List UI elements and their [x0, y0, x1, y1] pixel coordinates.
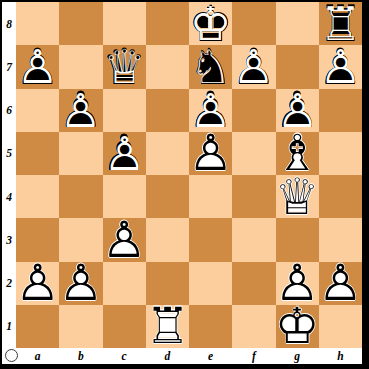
square-h6[interactable] — [319, 89, 362, 132]
square-g6[interactable]: ♟♙ — [276, 89, 319, 132]
chess-diagram: 87654321 ♚♔♜♖♟♙♛♕♞♘♟♙♟♙♟♙♟♙♟♙♟♙♟♙♝♗♛♕♟♙♟… — [0, 0, 369, 369]
piece-white-bishop-g5[interactable]: ♝♗ — [276, 132, 319, 175]
square-e5[interactable]: ♟♙ — [189, 132, 232, 175]
file-label-b: b — [59, 348, 102, 364]
square-d8[interactable] — [146, 2, 189, 45]
square-b1[interactable] — [59, 305, 102, 348]
square-a7[interactable]: ♟♙ — [16, 45, 59, 88]
square-e1[interactable] — [189, 305, 232, 348]
file-label-a: a — [16, 348, 59, 364]
square-d7[interactable] — [146, 45, 189, 88]
white-king-glyph: ♚ — [276, 305, 319, 348]
square-g1[interactable]: ♚♔ — [276, 305, 319, 348]
piece-white-pawn-e5[interactable]: ♟♙ — [189, 132, 232, 175]
white-rook-detail: ♖ — [146, 305, 189, 348]
piece-black-pawn-f7[interactable]: ♟♙ — [232, 45, 275, 88]
square-f7[interactable]: ♟♙ — [232, 45, 275, 88]
piece-black-pawn-a7[interactable]: ♟♙ — [16, 45, 59, 88]
square-h7[interactable]: ♟♙ — [319, 45, 362, 88]
square-c2[interactable] — [103, 262, 146, 305]
white-king-detail: ♔ — [276, 305, 319, 348]
square-b6[interactable]: ♟♙ — [59, 89, 102, 132]
piece-black-rook-h8[interactable]: ♜♖ — [319, 2, 362, 45]
square-c8[interactable] — [103, 2, 146, 45]
square-g4[interactable]: ♛♕ — [276, 175, 319, 218]
square-h2[interactable]: ♟♙ — [319, 262, 362, 305]
white-pawn-glyph: ♟ — [59, 262, 102, 305]
rank-label-3: 3 — [2, 218, 16, 261]
square-f1[interactable] — [232, 305, 275, 348]
square-c4[interactable] — [103, 175, 146, 218]
black-pawn-detail: ♙ — [104, 133, 144, 173]
square-a3[interactable] — [16, 218, 59, 261]
piece-black-pawn-g6[interactable]: ♟♙ — [276, 89, 319, 132]
piece-white-king-g1[interactable]: ♚♔ — [276, 305, 319, 348]
square-f5[interactable] — [232, 132, 275, 175]
square-c5[interactable]: ♟♙ — [103, 132, 146, 175]
white-pawn-glyph: ♟ — [319, 262, 362, 305]
piece-white-pawn-a2[interactable]: ♟♙ — [16, 262, 59, 305]
square-d1[interactable]: ♜♖ — [146, 305, 189, 348]
black-pawn-glyph: ♟ — [319, 45, 362, 88]
square-b3[interactable] — [59, 218, 102, 261]
rank-label-7: 7 — [2, 45, 16, 88]
black-knight-detail: ♘ — [191, 47, 231, 87]
black-pawn-detail: ♙ — [234, 47, 274, 87]
square-c1[interactable] — [103, 305, 146, 348]
square-h4[interactable] — [319, 175, 362, 218]
piece-white-rook-d1[interactable]: ♜♖ — [146, 305, 189, 348]
black-pawn-detail: ♙ — [18, 47, 58, 87]
black-pawn-glyph: ♟ — [276, 89, 319, 132]
piece-white-pawn-c3[interactable]: ♟♙ — [103, 218, 146, 261]
square-e6[interactable]: ♟♙ — [189, 89, 232, 132]
black-pawn-detail: ♙ — [191, 90, 231, 130]
file-label-c: c — [103, 348, 146, 364]
file-label-d: d — [146, 348, 189, 364]
square-b2[interactable]: ♟♙ — [59, 262, 102, 305]
piece-white-queen-g4[interactable]: ♛♕ — [276, 175, 319, 218]
rank-label-5: 5 — [2, 132, 16, 175]
black-pawn-glyph: ♟ — [232, 45, 275, 88]
square-b5[interactable] — [59, 132, 102, 175]
white-pawn-detail: ♙ — [276, 262, 319, 305]
piece-white-pawn-b2[interactable]: ♟♙ — [59, 262, 102, 305]
white-pawn-detail: ♙ — [189, 132, 232, 175]
piece-black-knight-e7[interactable]: ♞♘ — [189, 45, 232, 88]
black-rook-detail: ♖ — [320, 4, 360, 44]
black-pawn-glyph: ♟ — [189, 89, 232, 132]
square-d3[interactable] — [146, 218, 189, 261]
chess-board: ♚♔♜♖♟♙♛♕♞♘♟♙♟♙♟♙♟♙♟♙♟♙♟♙♝♗♛♕♟♙♟♙♟♙♟♙♟♙♜♖… — [16, 2, 362, 348]
white-pawn-glyph: ♟ — [276, 262, 319, 305]
square-b4[interactable] — [59, 175, 102, 218]
square-d5[interactable] — [146, 132, 189, 175]
piece-black-pawn-b6[interactable]: ♟♙ — [59, 89, 102, 132]
square-a2[interactable]: ♟♙ — [16, 262, 59, 305]
square-h3[interactable] — [319, 218, 362, 261]
piece-black-pawn-e6[interactable]: ♟♙ — [189, 89, 232, 132]
piece-black-king-e8[interactable]: ♚♔ — [189, 2, 232, 45]
rank-label-8: 8 — [2, 2, 16, 45]
piece-black-pawn-h7[interactable]: ♟♙ — [319, 45, 362, 88]
white-pawn-detail: ♙ — [16, 262, 59, 305]
square-f8[interactable] — [232, 2, 275, 45]
square-g3[interactable] — [276, 218, 319, 261]
black-pawn-glyph: ♟ — [16, 45, 59, 88]
black-queen-glyph: ♛ — [103, 45, 146, 88]
square-e7[interactable]: ♞♘ — [189, 45, 232, 88]
square-g2[interactable]: ♟♙ — [276, 262, 319, 305]
white-queen-detail: ♕ — [276, 175, 319, 218]
square-h1[interactable] — [319, 305, 362, 348]
file-label-f: f — [232, 348, 275, 364]
square-g7[interactable] — [276, 45, 319, 88]
black-king-glyph: ♚ — [189, 2, 232, 45]
square-a8[interactable] — [16, 2, 59, 45]
file-label-e: e — [189, 348, 232, 364]
piece-white-pawn-h2[interactable]: ♟♙ — [319, 262, 362, 305]
square-a1[interactable] — [16, 305, 59, 348]
square-f2[interactable] — [232, 262, 275, 305]
square-e2[interactable] — [189, 262, 232, 305]
square-b8[interactable] — [59, 2, 102, 45]
square-c6[interactable] — [103, 89, 146, 132]
rank-label-4: 4 — [2, 175, 16, 218]
square-e4[interactable] — [189, 175, 232, 218]
white-rook-glyph: ♜ — [146, 305, 189, 348]
white-pawn-glyph: ♟ — [189, 132, 232, 175]
square-d2[interactable] — [146, 262, 189, 305]
white-bishop-detail: ♗ — [276, 132, 319, 175]
square-f3[interactable] — [232, 218, 275, 261]
rank-label-1: 1 — [2, 305, 16, 348]
square-f6[interactable] — [232, 89, 275, 132]
square-a4[interactable] — [16, 175, 59, 218]
black-queen-detail: ♕ — [104, 47, 144, 87]
white-queen-glyph: ♛ — [276, 175, 319, 218]
square-e3[interactable] — [189, 218, 232, 261]
white-pawn-detail: ♙ — [59, 262, 102, 305]
square-g8[interactable] — [276, 2, 319, 45]
piece-black-pawn-c5[interactable]: ♟♙ — [103, 132, 146, 175]
file-labels: abcdefgh — [16, 348, 362, 364]
rank-labels: 87654321 — [2, 2, 16, 348]
black-pawn-glyph: ♟ — [59, 89, 102, 132]
square-f4[interactable] — [232, 175, 275, 218]
white-pawn-glyph: ♟ — [103, 218, 146, 261]
black-king-detail: ♔ — [191, 4, 231, 44]
rank-label-6: 6 — [2, 89, 16, 132]
white-pawn-detail: ♙ — [319, 262, 362, 305]
file-label-strip: abcdefgh — [2, 348, 362, 364]
file-label-h: h — [319, 348, 362, 364]
file-label-g: g — [276, 348, 319, 364]
black-pawn-detail: ♙ — [61, 90, 101, 130]
square-a5[interactable] — [16, 132, 59, 175]
black-pawn-glyph: ♟ — [103, 132, 146, 175]
square-c7[interactable]: ♛♕ — [103, 45, 146, 88]
black-knight-glyph: ♞ — [189, 45, 232, 88]
square-c3[interactable]: ♟♙ — [103, 218, 146, 261]
piece-white-pawn-g2[interactable]: ♟♙ — [276, 262, 319, 305]
white-bishop-glyph: ♝ — [276, 132, 319, 175]
square-h8[interactable]: ♜♖ — [319, 2, 362, 45]
piece-black-queen-c7[interactable]: ♛♕ — [103, 45, 146, 88]
square-e8[interactable]: ♚♔ — [189, 2, 232, 45]
square-b7[interactable] — [59, 45, 102, 88]
square-h5[interactable] — [319, 132, 362, 175]
black-rook-glyph: ♜ — [319, 2, 362, 45]
white-pawn-glyph: ♟ — [16, 262, 59, 305]
black-pawn-detail: ♙ — [277, 90, 317, 130]
white-pawn-detail: ♙ — [103, 218, 146, 261]
square-g5[interactable]: ♝♗ — [276, 132, 319, 175]
rank-label-2: 2 — [2, 262, 16, 305]
square-a6[interactable] — [16, 89, 59, 132]
square-d4[interactable] — [146, 175, 189, 218]
black-pawn-detail: ♙ — [320, 47, 360, 87]
square-d6[interactable] — [146, 89, 189, 132]
